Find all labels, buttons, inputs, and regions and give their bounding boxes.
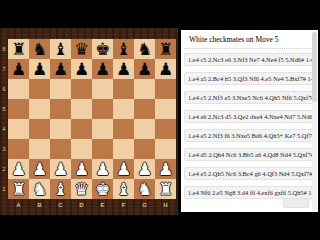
piece-black-knight[interactable]: ♞ — [134, 39, 155, 59]
square-g1[interactable]: ♞ — [134, 179, 155, 199]
square-b2[interactable]: ♟ — [29, 159, 50, 179]
piece-black-pawn[interactable]: ♟ — [8, 59, 29, 79]
piece-black-pawn[interactable]: ♟ — [92, 59, 113, 79]
rank-label-2: 2 — [0, 159, 8, 179]
game-line[interactable]: 1.e4 a5 2.Bc4 h5 3.Qf3 Nf6 4.e5 Ne4 5.Bx… — [184, 72, 315, 85]
piece-black-pawn[interactable]: ♟ — [134, 59, 155, 79]
piece-black-rook[interactable]: ♜ — [8, 39, 29, 59]
piece-black-pawn[interactable]: ♟ — [29, 59, 50, 79]
piece-white-pawn[interactable]: ♟ — [92, 159, 113, 179]
games-panel: White checkmates on Move 5 1.e4 c5 2.Nc3… — [181, 30, 318, 212]
piece-white-knight[interactable]: ♞ — [29, 179, 50, 199]
rank-label-1: 1 — [0, 179, 8, 199]
scrollbar-thumb[interactable] — [312, 32, 317, 102]
square-d1[interactable]: ♛ — [71, 179, 92, 199]
piece-black-pawn[interactable]: ♟ — [113, 59, 134, 79]
square-b8[interactable]: ♞ — [29, 39, 50, 59]
rank-label-3: 3 — [0, 139, 8, 159]
piece-black-rook[interactable]: ♜ — [155, 39, 176, 59]
square-h7[interactable]: ♟ — [155, 59, 176, 79]
file-label-c: C — [50, 199, 71, 212]
square-a4[interactable] — [8, 119, 29, 139]
square-b6[interactable] — [29, 79, 50, 99]
rank-label-5: 5 — [0, 99, 8, 119]
rank-labels: 87654321 — [0, 39, 8, 199]
square-e5[interactable] — [92, 99, 113, 119]
square-c6[interactable] — [50, 79, 71, 99]
square-h6[interactable] — [155, 79, 176, 99]
square-c7[interactable]: ♟ — [50, 59, 71, 79]
square-e8[interactable]: ♚ — [92, 39, 113, 59]
square-b7[interactable]: ♟ — [29, 59, 50, 79]
square-c8[interactable]: ♝ — [50, 39, 71, 59]
square-a1[interactable]: ♜ — [8, 179, 29, 199]
file-label-g: G — [134, 199, 155, 212]
game-line[interactable]: 1.e4 e6 2.Nc3 d5 3.Qe2 dxe4 4.Nxe4 Nd7 5… — [184, 110, 315, 123]
square-f2[interactable]: ♟ — [113, 159, 134, 179]
rank-label-6: 6 — [0, 79, 8, 99]
square-a3[interactable] — [8, 139, 29, 159]
piece-white-king[interactable]: ♚ — [92, 179, 113, 199]
piece-black-king[interactable]: ♚ — [92, 39, 113, 59]
square-h4[interactable] — [155, 119, 176, 139]
rank-label-8: 8 — [0, 39, 8, 59]
square-a7[interactable]: ♟ — [8, 59, 29, 79]
square-h3[interactable] — [155, 139, 176, 159]
file-labels: ABCDEFGH — [8, 199, 176, 212]
game-line[interactable]: 1.e4 c5 2.Nf3 e5 3.Nxe5 Nc6 4.Qh5 Nf6 5.… — [184, 91, 315, 104]
chess-board: 87654321 ♜♞♝♛♚♝♞♜♟♟♟♟♟♟♟♟♟♟♟♟♟♟♟♟♜♞♝♛♚♝♞… — [0, 28, 178, 215]
file-label-f: F — [113, 199, 134, 212]
square-b1[interactable]: ♞ — [29, 179, 50, 199]
piece-white-pawn[interactable]: ♟ — [50, 159, 71, 179]
square-g5[interactable] — [134, 99, 155, 119]
file-label-e: E — [92, 199, 113, 212]
square-h2[interactable]: ♟ — [155, 159, 176, 179]
square-f4[interactable] — [113, 119, 134, 139]
square-c1[interactable]: ♝ — [50, 179, 71, 199]
board-squares: ♜♞♝♛♚♝♞♜♟♟♟♟♟♟♟♟♟♟♟♟♟♟♟♟♜♞♝♛♚♝♞♜ — [8, 39, 176, 199]
piece-white-pawn[interactable]: ♟ — [134, 159, 155, 179]
square-d8[interactable]: ♛ — [71, 39, 92, 59]
square-d4[interactable] — [71, 119, 92, 139]
square-h5[interactable] — [155, 99, 176, 119]
piece-white-rook[interactable]: ♜ — [8, 179, 29, 199]
file-label-a: A — [8, 199, 29, 212]
square-g4[interactable] — [134, 119, 155, 139]
square-f8[interactable]: ♝ — [113, 39, 134, 59]
game-line[interactable]: 1.e4 e5 2.Nf3 f6 3.Nxe5 Bd6 4.Qh5+ Ke7 5… — [184, 129, 315, 142]
square-e3[interactable] — [92, 139, 113, 159]
square-g6[interactable] — [134, 79, 155, 99]
file-label-d: D — [71, 199, 92, 212]
square-f3[interactable] — [113, 139, 134, 159]
piece-black-pawn[interactable]: ♟ — [71, 59, 92, 79]
square-g8[interactable]: ♞ — [134, 39, 155, 59]
square-b5[interactable] — [29, 99, 50, 119]
square-f6[interactable] — [113, 79, 134, 99]
piece-white-rook[interactable]: ♜ — [155, 179, 176, 199]
square-e1[interactable]: ♚ — [92, 179, 113, 199]
square-c5[interactable] — [50, 99, 71, 119]
piece-white-queen[interactable]: ♛ — [71, 179, 92, 199]
square-a6[interactable] — [8, 79, 29, 99]
square-c4[interactable] — [50, 119, 71, 139]
game-list: 1.e4 c5 2.Nc3 e6 3.Nf3 Ne7 4.Ne4 f5 5.Nd… — [181, 49, 318, 199]
square-a8[interactable]: ♜ — [8, 39, 29, 59]
square-a5[interactable] — [8, 99, 29, 119]
piece-black-knight[interactable]: ♞ — [29, 39, 50, 59]
square-e2[interactable]: ♟ — [92, 159, 113, 179]
square-g2[interactable]: ♟ — [134, 159, 155, 179]
piece-white-pawn[interactable]: ♟ — [71, 159, 92, 179]
piece-white-pawn[interactable]: ♟ — [113, 159, 134, 179]
square-g7[interactable]: ♟ — [134, 59, 155, 79]
file-label-b: B — [29, 199, 50, 212]
file-label-h: H — [155, 199, 176, 212]
square-e6[interactable] — [92, 79, 113, 99]
square-e7[interactable]: ♟ — [92, 59, 113, 79]
piece-black-bishop[interactable]: ♝ — [113, 39, 134, 59]
piece-black-bishop[interactable]: ♝ — [50, 39, 71, 59]
square-h1[interactable]: ♜ — [155, 179, 176, 199]
square-f5[interactable] — [113, 99, 134, 119]
game-line[interactable]: 1.e4 e5 2.Qh5 Nc6 3.Bc4 g6 4.Qf3 Nd4 5.Q… — [184, 167, 315, 180]
square-a2[interactable]: ♟ — [8, 159, 29, 179]
piece-white-pawn[interactable]: ♟ — [8, 159, 29, 179]
square-d7[interactable]: ♟ — [71, 59, 92, 79]
square-b3[interactable] — [29, 139, 50, 159]
piece-black-queen[interactable]: ♛ — [71, 39, 92, 59]
square-b4[interactable] — [29, 119, 50, 139]
rank-label-4: 4 — [0, 119, 8, 139]
square-e4[interactable] — [92, 119, 113, 139]
panel-footer-button[interactable] — [283, 198, 309, 208]
piece-white-knight[interactable]: ♞ — [134, 179, 155, 199]
rank-label-7: 7 — [0, 59, 8, 79]
piece-white-pawn[interactable]: ♟ — [29, 159, 50, 179]
panel-title: White checkmates on Move 5 — [184, 30, 315, 49]
square-f7[interactable]: ♟ — [113, 59, 134, 79]
piece-black-pawn[interactable]: ♟ — [50, 59, 71, 79]
square-d3[interactable] — [71, 139, 92, 159]
square-d6[interactable] — [71, 79, 92, 99]
piece-white-pawn[interactable]: ♟ — [155, 159, 176, 179]
square-h8[interactable]: ♜ — [155, 39, 176, 59]
scrollbar[interactable] — [312, 32, 317, 210]
square-g3[interactable] — [134, 139, 155, 159]
piece-white-bishop[interactable]: ♝ — [50, 179, 71, 199]
game-line[interactable]: 1.e4 c5 2.Nc3 e6 3.Nf3 Ne7 4.Ne4 f5 5.Nd… — [184, 53, 315, 66]
game-line[interactable]: 1.e4 d5 2.Qh4 Nc6 3.Bb5 a6 4.Qd8 Nd4 5.Q… — [184, 148, 315, 161]
piece-white-bishop[interactable]: ♝ — [113, 179, 134, 199]
square-c2[interactable]: ♟ — [50, 159, 71, 179]
square-d2[interactable]: ♟ — [71, 159, 92, 179]
square-d5[interactable] — [71, 99, 92, 119]
square-c3[interactable] — [50, 139, 71, 159]
piece-black-pawn[interactable]: ♟ — [155, 59, 176, 79]
square-f1[interactable]: ♝ — [113, 179, 134, 199]
